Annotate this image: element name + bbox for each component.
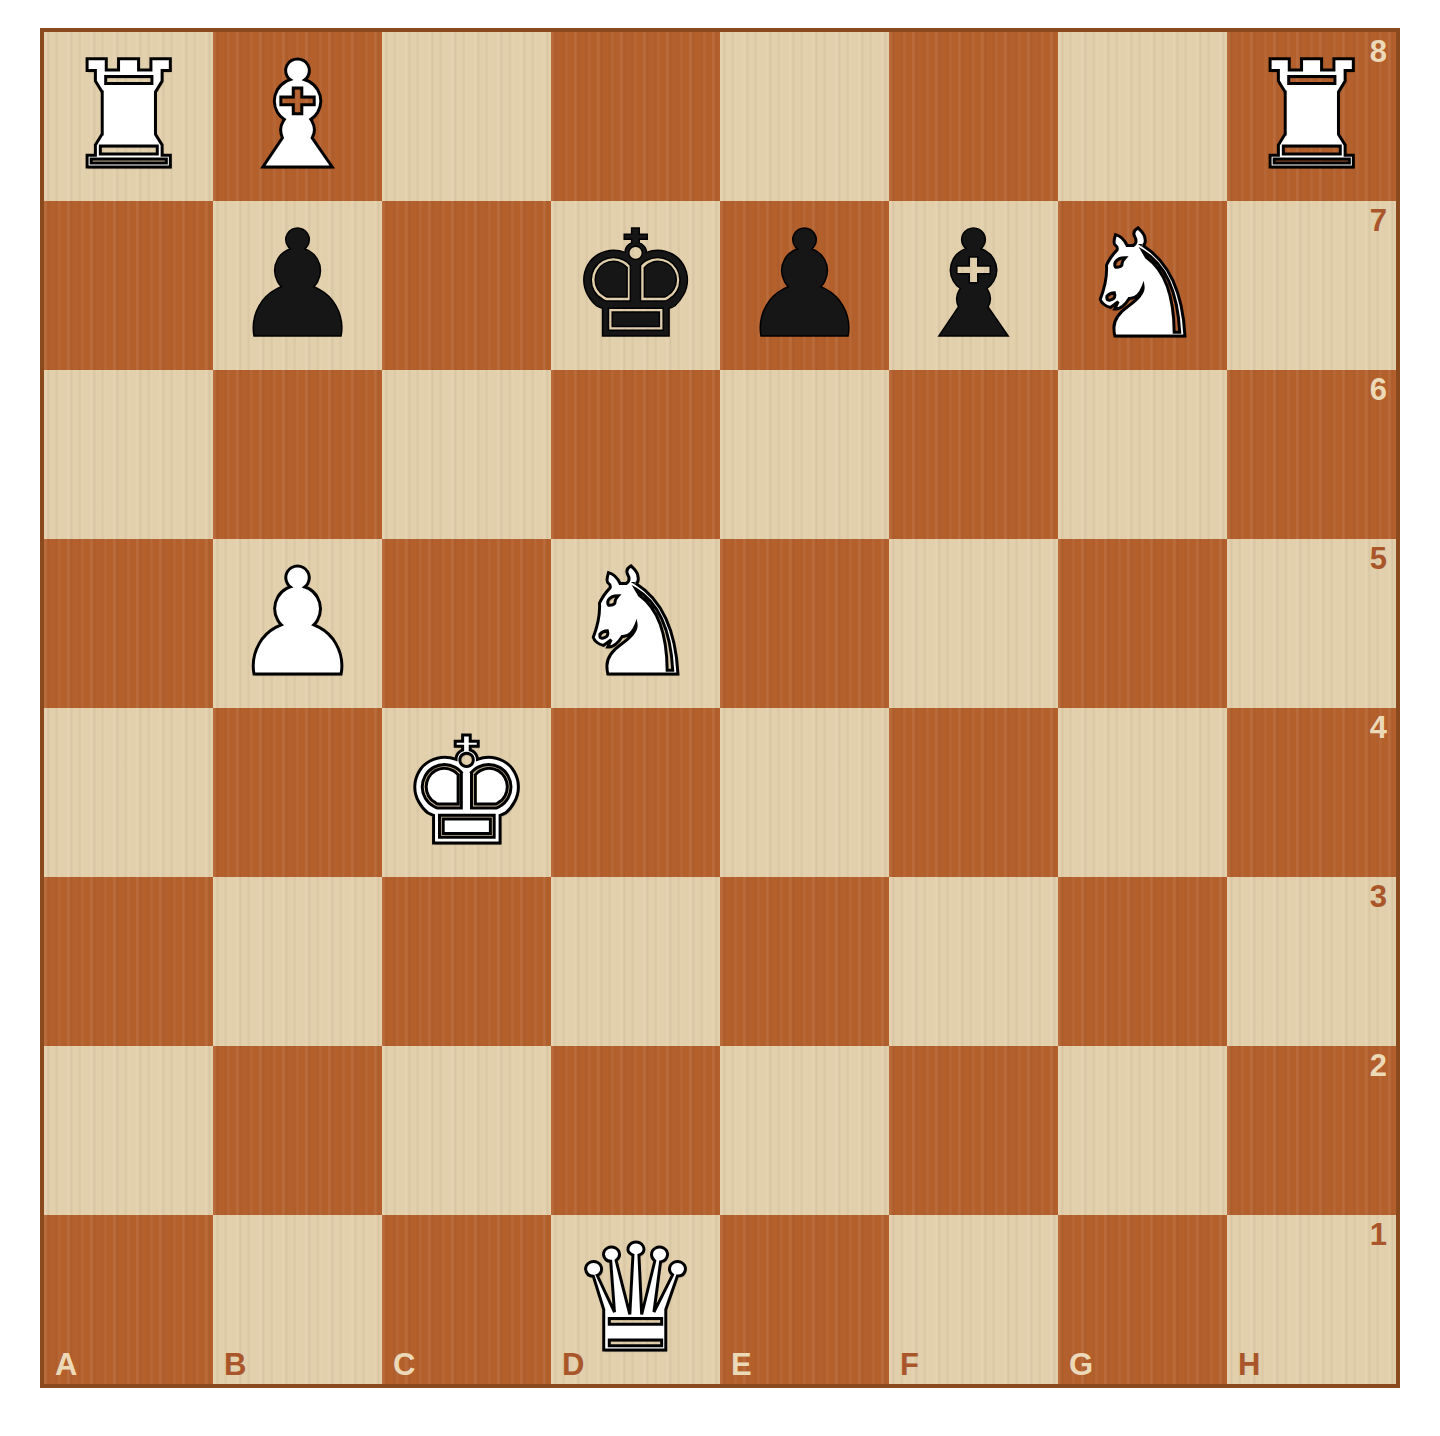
square-c8[interactable] [382,32,551,201]
square-c7[interactable] [382,201,551,370]
square-c2[interactable] [382,1046,551,1215]
square-d8[interactable] [551,32,720,201]
chessboard: ♜♝8♜♟♚♟♝♞76♟♞5♚432ABCD♛EFG1H [44,32,1396,1384]
square-c1[interactable]: C [382,1215,551,1384]
chessboard-frame: ♜♝8♜♟♚♟♝♞76♟♞5♚432ABCD♛EFG1H [40,28,1400,1388]
square-e5[interactable] [720,539,889,708]
black-pawn-e7[interactable]: ♟ [738,201,871,370]
square-f4[interactable] [889,708,1058,877]
square-e4[interactable] [720,708,889,877]
file-label-c: C [393,1348,415,1382]
square-h6[interactable]: 6 [1227,370,1396,539]
square-a5[interactable] [44,539,213,708]
square-b5[interactable]: ♟ [213,539,382,708]
square-f3[interactable] [889,877,1058,1046]
rank-label-4: 4 [1370,711,1387,745]
square-g7[interactable]: ♞ [1058,201,1227,370]
square-h2[interactable]: 2 [1227,1046,1396,1215]
square-d7[interactable]: ♚ [551,201,720,370]
black-bishop-f7[interactable]: ♝ [907,201,1040,370]
square-h8[interactable]: 8♜ [1227,32,1396,201]
square-g4[interactable] [1058,708,1227,877]
square-a6[interactable] [44,370,213,539]
white-knight-g7[interactable]: ♞ [1076,201,1209,370]
square-h5[interactable]: 5 [1227,539,1396,708]
square-h7[interactable]: 7 [1227,201,1396,370]
square-b7[interactable]: ♟ [213,201,382,370]
square-f2[interactable] [889,1046,1058,1215]
square-g3[interactable] [1058,877,1227,1046]
square-h1[interactable]: 1H [1227,1215,1396,1384]
square-f8[interactable] [889,32,1058,201]
square-d3[interactable] [551,877,720,1046]
rank-label-5: 5 [1370,542,1387,576]
square-d5[interactable]: ♞ [551,539,720,708]
square-b8[interactable]: ♝ [213,32,382,201]
square-e7[interactable]: ♟ [720,201,889,370]
square-h4[interactable]: 4 [1227,708,1396,877]
file-label-f: F [900,1348,919,1382]
rank-label-7: 7 [1370,204,1387,238]
rank-label-6: 6 [1370,373,1387,407]
square-g8[interactable] [1058,32,1227,201]
white-queen-d1[interactable]: ♛ [569,1215,702,1384]
square-d1[interactable]: D♛ [551,1215,720,1384]
file-label-g: G [1069,1348,1093,1382]
square-e1[interactable]: E [720,1215,889,1384]
square-d4[interactable] [551,708,720,877]
square-f5[interactable] [889,539,1058,708]
file-label-a: A [55,1348,77,1382]
square-b6[interactable] [213,370,382,539]
rank-label-2: 2 [1370,1049,1387,1083]
file-label-d: D [562,1348,584,1382]
square-b4[interactable] [213,708,382,877]
page: ♜♝8♜♟♚♟♝♞76♟♞5♚432ABCD♛EFG1H [0,0,1440,1436]
square-d6[interactable] [551,370,720,539]
file-label-e: E [731,1348,752,1382]
square-g1[interactable]: G [1058,1215,1227,1384]
square-e2[interactable] [720,1046,889,1215]
square-b2[interactable] [213,1046,382,1215]
square-g2[interactable] [1058,1046,1227,1215]
white-rook-h8[interactable]: ♜ [1245,32,1378,201]
square-a8[interactable]: ♜ [44,32,213,201]
square-c4[interactable]: ♚ [382,708,551,877]
white-rook-a8[interactable]: ♜ [62,32,195,201]
square-d2[interactable] [551,1046,720,1215]
white-king-c4[interactable]: ♚ [400,708,533,877]
square-g5[interactable] [1058,539,1227,708]
black-king-d7[interactable]: ♚ [569,201,702,370]
square-e8[interactable] [720,32,889,201]
white-pawn-b5[interactable]: ♟ [231,539,364,708]
square-b1[interactable]: B [213,1215,382,1384]
square-a3[interactable] [44,877,213,1046]
square-b3[interactable] [213,877,382,1046]
square-a2[interactable] [44,1046,213,1215]
square-e3[interactable] [720,877,889,1046]
rank-label-1: 1 [1370,1218,1387,1252]
square-c3[interactable] [382,877,551,1046]
file-label-h: H [1238,1348,1260,1382]
white-knight-d5[interactable]: ♞ [569,539,702,708]
square-c5[interactable] [382,539,551,708]
square-c6[interactable] [382,370,551,539]
file-label-b: B [224,1348,246,1382]
square-f6[interactable] [889,370,1058,539]
square-a7[interactable] [44,201,213,370]
rank-label-3: 3 [1370,880,1387,914]
square-f7[interactable]: ♝ [889,201,1058,370]
white-bishop-b8[interactable]: ♝ [231,32,364,201]
square-g6[interactable] [1058,370,1227,539]
rank-label-8: 8 [1370,35,1387,69]
square-h3[interactable]: 3 [1227,877,1396,1046]
black-pawn-b7[interactable]: ♟ [231,201,364,370]
square-a1[interactable]: A [44,1215,213,1384]
square-f1[interactable]: F [889,1215,1058,1384]
square-e6[interactable] [720,370,889,539]
square-a4[interactable] [44,708,213,877]
